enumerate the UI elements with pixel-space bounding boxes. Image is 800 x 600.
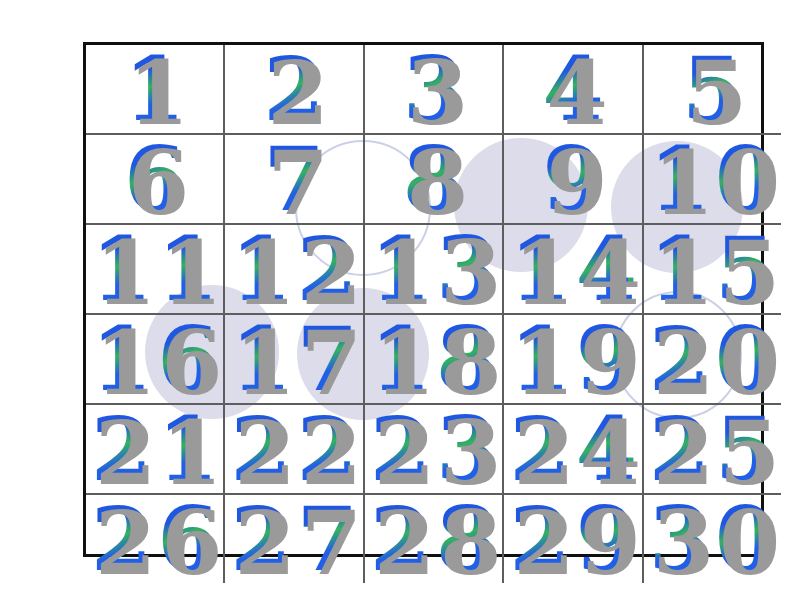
- cell-8: 88: [363, 133, 502, 223]
- cell-24: 2424: [502, 403, 641, 493]
- number-1-shadow: 1: [123, 49, 194, 137]
- cell-2: 22: [223, 45, 362, 133]
- cell-6: 66: [86, 133, 223, 223]
- cell-20: 2020: [642, 313, 781, 403]
- cell-19: 1919: [502, 313, 641, 403]
- number-30-shadow: 30: [648, 499, 785, 587]
- cell-30: 3030: [642, 493, 781, 583]
- number-6-shadow: 6: [123, 139, 194, 227]
- cell-27: 2727: [223, 493, 362, 583]
- number-27-shadow: 27: [229, 499, 366, 587]
- cell-26: 2626: [86, 493, 223, 583]
- number-28-shadow: 28: [369, 499, 506, 587]
- number-24-shadow: 24: [508, 409, 645, 497]
- slide: 11 22 33 44 55 66 77 88 99 1010 1111 121…: [0, 0, 800, 600]
- cell-10: 1010: [642, 133, 781, 223]
- number-18-shadow: 18: [369, 319, 506, 407]
- cell-4: 44: [502, 45, 641, 133]
- number-25-shadow: 25: [648, 409, 785, 497]
- number-26-shadow: 26: [90, 499, 227, 587]
- cell-9: 99: [502, 133, 641, 223]
- cell-7: 77: [223, 133, 362, 223]
- number-29-shadow: 29: [508, 499, 645, 587]
- number-17-shadow: 17: [229, 319, 366, 407]
- cell-11: 1111: [86, 223, 223, 313]
- number-12-shadow: 12: [229, 229, 366, 317]
- cell-22: 2222: [223, 403, 362, 493]
- cell-14: 1414: [502, 223, 641, 313]
- number-4-shadow: 4: [542, 49, 613, 137]
- number-14-shadow: 14: [508, 229, 645, 317]
- number-8-shadow: 8: [402, 139, 473, 227]
- cell-3: 33: [363, 45, 502, 133]
- number-16-shadow: 16: [90, 319, 227, 407]
- number-11-shadow: 11: [90, 229, 227, 317]
- cell-21: 2121: [86, 403, 223, 493]
- number-grid: 11 22 33 44 55 66 77 88 99 1010 1111 121…: [83, 42, 764, 557]
- number-2-shadow: 2: [263, 49, 334, 137]
- number-15-shadow: 15: [648, 229, 785, 317]
- cell-12: 1212: [223, 223, 362, 313]
- cell-23: 2323: [363, 403, 502, 493]
- number-22-shadow: 22: [229, 409, 366, 497]
- cell-16: 1616: [86, 313, 223, 403]
- number-21-shadow: 21: [90, 409, 227, 497]
- number-19-shadow: 19: [508, 319, 645, 407]
- number-board: 11 22 33 44 55 66 77 88 99 1010 1111 121…: [83, 42, 764, 557]
- number-20-shadow: 20: [648, 319, 785, 407]
- number-7-shadow: 7: [263, 139, 334, 227]
- number-13-shadow: 13: [369, 229, 506, 317]
- cell-25: 2525: [642, 403, 781, 493]
- cell-28: 2828: [363, 493, 502, 583]
- number-9-shadow: 9: [542, 139, 613, 227]
- cell-18: 1818: [363, 313, 502, 403]
- cell-5: 55: [642, 45, 781, 133]
- number-3-shadow: 3: [402, 49, 473, 137]
- cell-1: 11: [86, 45, 223, 133]
- number-5-shadow: 5: [681, 49, 752, 137]
- number-23-shadow: 23: [369, 409, 506, 497]
- cell-13: 1313: [363, 223, 502, 313]
- cell-29: 2929: [502, 493, 641, 583]
- number-10-shadow: 10: [648, 139, 785, 227]
- cell-17: 1717: [223, 313, 362, 403]
- cell-15: 1515: [642, 223, 781, 313]
